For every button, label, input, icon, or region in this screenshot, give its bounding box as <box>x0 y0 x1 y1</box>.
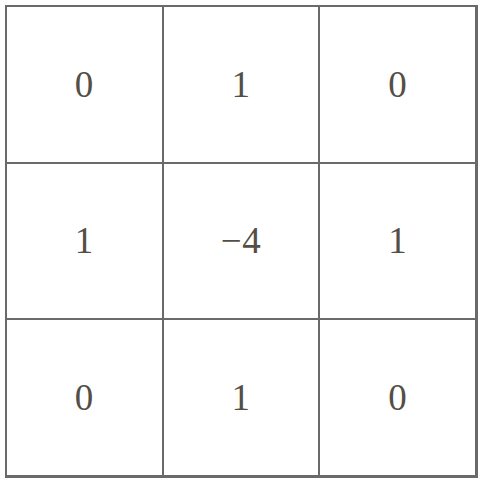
kernel-diagram: 0 1 0 1 −4 1 0 1 0 <box>0 0 484 484</box>
grid-cell-r0c1: 1 <box>164 7 319 162</box>
grid-cell-r2c2: 0 <box>320 320 475 475</box>
cell-value: 1 <box>231 66 250 103</box>
cell-value: 0 <box>75 379 94 416</box>
cell-value: 0 <box>75 66 94 103</box>
grid-cell-r2c1: 1 <box>164 320 319 475</box>
grid-cell-r1c1: −4 <box>164 164 319 319</box>
cell-value: 0 <box>388 379 407 416</box>
kernel-grid: 0 1 0 1 −4 1 0 1 0 <box>5 5 478 478</box>
cell-value: 1 <box>231 379 250 416</box>
grid-cell-r2c0: 0 <box>7 320 162 475</box>
cell-value: 1 <box>388 222 407 259</box>
cell-value: 1 <box>75 222 94 259</box>
cell-value: 0 <box>388 66 407 103</box>
cell-value: −4 <box>221 222 261 259</box>
grid-cell-r1c2: 1 <box>320 164 475 319</box>
grid-cell-r0c0: 0 <box>7 7 162 162</box>
grid-cell-r1c0: 1 <box>7 164 162 319</box>
grid-cell-r0c2: 0 <box>320 7 475 162</box>
